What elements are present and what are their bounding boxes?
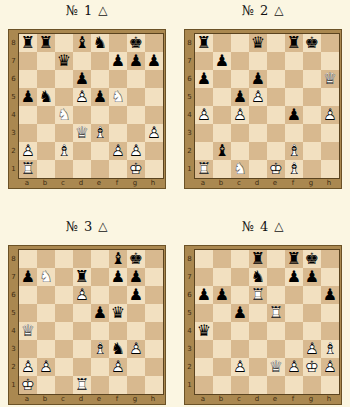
square-a7[interactable] [195,52,213,70]
square-b7[interactable] [37,52,55,70]
square-a7[interactable] [19,52,37,70]
black-pawn-icon: ♟ [109,268,127,286]
square-e4[interactable] [267,106,285,124]
square-b5[interactable] [213,88,231,106]
square-d1[interactable] [249,376,267,394]
white-pawn-fill: ♟ [321,106,339,124]
square-d2[interactable] [249,358,267,376]
black-queen-icon: ♛ [109,304,127,322]
square-a3[interactable] [19,340,37,358]
square-g1[interactable] [303,376,321,394]
square-b8[interactable] [37,250,55,268]
square-d1[interactable] [73,160,91,178]
square-g8[interactable]: ♚ [303,250,321,268]
white-pawn-fill: ♟ [19,142,37,160]
square-d7[interactable]: ♞ [249,268,267,286]
square-c8[interactable] [231,250,249,268]
white-pawn-icon: ♙ [249,88,267,106]
square-d2[interactable] [73,142,91,160]
square-f4[interactable] [109,106,127,124]
square-a7[interactable] [195,268,213,286]
square-g4[interactable] [303,106,321,124]
square-f2[interactable]: ♟♙ [109,358,127,376]
square-e4[interactable] [91,322,109,340]
square-a1[interactable]: ♚♔ [19,376,37,394]
square-a2[interactable]: ♟♙ [19,142,37,160]
square-h5[interactable] [145,304,163,322]
square-e3[interactable] [267,340,285,358]
square-h2[interactable] [321,142,339,160]
square-d6[interactable]: ♟ [73,70,91,88]
square-b2[interactable]: ♝ [213,142,231,160]
square-e2[interactable] [91,142,109,160]
square-c7[interactable] [231,52,249,70]
white-rook-icon: ♖ [267,304,285,322]
square-g4[interactable] [127,322,145,340]
square-b1[interactable] [213,376,231,394]
file-label-d: d [248,394,266,404]
square-h4[interactable]: ♟♙ [321,106,339,124]
square-d6[interactable]: ♟ [249,70,267,88]
square-c4[interactable] [55,322,73,340]
square-g2[interactable]: ♟♙ [127,142,145,160]
square-g5[interactable] [303,304,321,322]
square-h6[interactable]: ♛♕ [321,70,339,88]
square-g7[interactable] [303,52,321,70]
square-e1[interactable] [91,376,109,394]
square-h2[interactable]: ♟♙ [321,358,339,376]
square-h3[interactable] [145,340,163,358]
square-b6[interactable]: ♟ [213,286,231,304]
square-g5[interactable] [303,88,321,106]
square-c2[interactable] [55,358,73,376]
black-pawn-icon: ♟ [303,268,321,286]
square-f4[interactable] [285,322,303,340]
square-c6[interactable] [231,70,249,88]
square-g8[interactable]: ♚ [127,250,145,268]
white-pawn-icon: ♙ [127,142,145,160]
square-f2[interactable]: ♝♗ [285,142,303,160]
square-c4[interactable] [231,322,249,340]
square-g5[interactable] [127,88,145,106]
rank-label-8: 8 [185,250,194,268]
square-h8[interactable] [321,250,339,268]
square-g4[interactable] [303,322,321,340]
white-pawn-icon: ♙ [231,358,249,376]
square-f6[interactable] [109,70,127,88]
square-g1[interactable]: ♚♔ [127,160,145,178]
square-f3[interactable] [285,124,303,142]
square-c7[interactable] [231,268,249,286]
square-c3[interactable] [231,340,249,358]
square-b6[interactable] [37,286,55,304]
square-f4[interactable] [109,322,127,340]
white-queen-fill: ♛ [73,124,91,142]
square-f7[interactable] [285,52,303,70]
square-b5[interactable] [213,304,231,322]
square-a2[interactable]: ♟♙ [19,358,37,376]
square-h6[interactable] [145,286,163,304]
square-e1[interactable]: ♚♔ [267,160,285,178]
file-label-c: c [54,178,72,188]
square-f7[interactable]: ♟ [109,268,127,286]
square-d1[interactable]: ♜♖ [73,376,91,394]
white-pawn-fill: ♟ [73,286,91,304]
square-a4[interactable] [19,106,37,124]
square-c4[interactable]: ♟♙ [231,106,249,124]
white-to-move-icon: △ [274,3,284,17]
square-d8[interactable]: ♛ [249,34,267,52]
square-e4[interactable] [267,322,285,340]
square-c2[interactable]: ♝♗ [55,142,73,160]
square-f6[interactable] [109,286,127,304]
square-h1[interactable] [145,160,163,178]
square-g7[interactable]: ♟ [127,52,145,70]
square-f5[interactable] [285,88,303,106]
black-pawn-icon: ♟ [249,70,267,88]
square-c8[interactable] [231,34,249,52]
square-e5[interactable]: ♜♖ [267,304,285,322]
black-pawn-icon: ♟ [213,52,231,70]
square-h5[interactable] [321,304,339,322]
square-b3[interactable] [213,124,231,142]
square-e6[interactable] [91,286,109,304]
file-label-e: e [266,178,284,188]
square-a2[interactable] [195,142,213,160]
square-b8[interactable]: ♜ [37,34,55,52]
square-d2[interactable] [249,142,267,160]
square-g3[interactable]: ♟♙ [303,340,321,358]
black-pawn-icon: ♟ [145,52,163,70]
square-d4[interactable] [249,322,267,340]
square-f4[interactable]: ♟ [285,106,303,124]
square-e3[interactable] [267,124,285,142]
square-f8[interactable] [109,34,127,52]
square-c3[interactable] [55,124,73,142]
square-e7[interactable] [91,268,109,286]
square-g3[interactable]: ♟♙ [127,340,145,358]
square-g4[interactable] [127,106,145,124]
square-b8[interactable] [213,250,231,268]
diagram-1-number: № 1 [65,3,93,18]
square-c8[interactable] [55,34,73,52]
square-f1[interactable]: ♝♗ [285,160,303,178]
square-e2[interactable]: ♛♕ [267,358,285,376]
square-a5[interactable] [195,88,213,106]
square-c2[interactable]: ♟♙ [231,358,249,376]
square-d1[interactable] [249,160,267,178]
square-b7[interactable]: ♟ [213,52,231,70]
black-knight-icon: ♞ [249,268,267,286]
square-c5[interactable] [55,88,73,106]
square-d8[interactable] [73,250,91,268]
square-d3[interactable] [249,124,267,142]
square-h1[interactable] [145,376,163,394]
square-a6[interactable]: ♟ [195,70,213,88]
square-a4[interactable]: ♛♕ [19,322,37,340]
square-c5[interactable]: ♟ [231,88,249,106]
square-e8[interactable] [267,34,285,52]
square-g6[interactable] [303,70,321,88]
square-g2[interactable]: ♚♔ [303,358,321,376]
square-c5[interactable] [55,304,73,322]
square-c8[interactable] [55,250,73,268]
square-a6[interactable] [19,70,37,88]
square-b3[interactable] [213,340,231,358]
square-c6[interactable] [231,286,249,304]
square-e8[interactable]: ♞ [91,34,109,52]
square-a6[interactable] [19,286,37,304]
square-h6[interactable] [145,70,163,88]
square-e3[interactable]: ♝♗ [91,340,109,358]
square-c1[interactable] [55,160,73,178]
square-c7[interactable] [55,268,73,286]
square-h6[interactable]: ♟ [321,286,339,304]
square-a8[interactable]: ♜ [195,34,213,52]
square-a5[interactable] [195,304,213,322]
square-d6[interactable]: ♜♖ [249,286,267,304]
file-label-f: f [108,394,126,404]
square-b8[interactable] [213,34,231,52]
square-c3[interactable] [55,340,73,358]
white-bishop-icon: ♗ [55,142,73,160]
diagram-4: № 4 △ 87654321 ♜♜♚♞♟♟♟♟♜♖♟♟♜♖♛♟♙♝♗♟♙♛♕♟♙… [184,219,342,405]
square-h3[interactable] [321,124,339,142]
square-f6[interactable] [285,286,303,304]
square-g1[interactable] [303,160,321,178]
square-h8[interactable] [145,34,163,52]
black-rook-icon: ♜ [73,268,91,286]
square-h7[interactable] [321,268,339,286]
board-squares: ♝♚♟♞♘♜♟♟♟♙♟♟♛♛♕♝♗♞♟♙♟♙♟♙♟♙♚♔♜♖ [18,249,164,395]
square-b4[interactable] [37,106,55,124]
file-label-c: c [230,178,248,188]
square-h7[interactable]: ♟ [145,52,163,70]
white-pawn-icon: ♙ [109,358,127,376]
chess-board-3: 87654321 ♝♚♟♞♘♜♟♟♟♙♟♟♛♛♕♝♗♞♟♙♟♙♟♙♟♙♚♔♜♖ … [8,245,166,405]
square-h4[interactable] [145,106,163,124]
square-c6[interactable] [55,70,73,88]
square-a3[interactable] [195,124,213,142]
square-a5[interactable] [19,304,37,322]
square-f6[interactable] [285,70,303,88]
black-knight-icon: ♞ [91,34,109,52]
square-g6[interactable] [127,70,145,88]
square-f7[interactable]: ♟ [109,52,127,70]
square-d3[interactable]: ♛♕ [73,124,91,142]
square-e5[interactable]: ♟ [91,88,109,106]
square-f8[interactable]: ♝ [109,250,127,268]
square-f1[interactable] [285,376,303,394]
square-d2[interactable] [73,358,91,376]
square-g6[interactable]: ♟ [127,286,145,304]
square-f5[interactable]: ♛ [109,304,127,322]
square-h4[interactable] [145,322,163,340]
black-queen-icon: ♛ [249,34,267,52]
square-h8[interactable] [145,250,163,268]
square-f1[interactable] [109,376,127,394]
square-f3[interactable] [109,124,127,142]
square-b5[interactable] [37,304,55,322]
square-g3[interactable] [127,124,145,142]
square-e8[interactable] [267,250,285,268]
square-g2[interactable] [127,358,145,376]
square-f8[interactable]: ♜ [285,34,303,52]
square-b2[interactable] [213,358,231,376]
white-rook-fill: ♜ [195,160,213,178]
square-f3[interactable] [285,340,303,358]
square-b2[interactable]: ♟♙ [37,358,55,376]
square-g8[interactable]: ♚ [127,34,145,52]
square-e3[interactable]: ♝♗ [91,124,109,142]
square-c6[interactable] [55,286,73,304]
square-b3[interactable] [37,124,55,142]
square-f3[interactable]: ♞ [109,340,127,358]
black-pawn-icon: ♟ [73,70,91,88]
square-a8[interactable] [19,250,37,268]
file-label-e: e [90,178,108,188]
square-d4[interactable] [73,322,91,340]
rank-label-8: 8 [9,250,18,268]
white-queen-fill: ♛ [321,70,339,88]
square-h2[interactable] [145,358,163,376]
square-h7[interactable] [145,268,163,286]
square-d5[interactable] [249,304,267,322]
square-h3[interactable]: ♟♙ [145,124,163,142]
square-e8[interactable] [91,250,109,268]
square-g3[interactable] [303,124,321,142]
square-b4[interactable] [213,106,231,124]
square-c1[interactable] [55,376,73,394]
square-b1[interactable] [213,160,231,178]
square-e6[interactable] [267,70,285,88]
square-d5[interactable] [73,304,91,322]
square-f5[interactable]: ♞♘ [109,88,127,106]
square-a1[interactable]: ♜♖ [195,160,213,178]
square-e2[interactable] [91,358,109,376]
square-d3[interactable] [73,340,91,358]
square-d7[interactable] [73,52,91,70]
square-d7[interactable]: ♜ [73,268,91,286]
square-f2[interactable]: ♟♙ [285,358,303,376]
square-h3[interactable]: ♝♗ [321,340,339,358]
square-a5[interactable]: ♟ [19,88,37,106]
square-d5[interactable]: ♟♙ [73,88,91,106]
board-squares: ♜♛♜♚♟♟♟♛♕♟♟♙♟♙♟♙♟♟♙♝♝♗♜♖♞♘♚♔♝♗ [194,33,340,179]
square-f8[interactable]: ♜ [285,250,303,268]
square-d7[interactable] [249,52,267,70]
square-c2[interactable] [231,142,249,160]
square-e2[interactable] [267,142,285,160]
square-d8[interactable]: ♝ [73,34,91,52]
square-e7[interactable] [267,268,285,286]
square-b7[interactable]: ♞♘ [37,268,55,286]
square-b4[interactable] [213,322,231,340]
square-b2[interactable] [37,142,55,160]
square-h4[interactable] [321,322,339,340]
square-h7[interactable] [321,52,339,70]
square-a2[interactable] [195,358,213,376]
square-h5[interactable] [145,88,163,106]
square-a8[interactable] [195,250,213,268]
square-a4[interactable]: ♟♙ [195,106,213,124]
square-c7[interactable]: ♛ [55,52,73,70]
square-e6[interactable] [267,286,285,304]
square-c1[interactable]: ♞♘ [231,160,249,178]
square-a1[interactable]: ♜♖ [19,160,37,178]
square-c4[interactable]: ♞♘ [55,106,73,124]
square-e4[interactable] [91,106,109,124]
square-h8[interactable] [321,34,339,52]
square-f7[interactable]: ♟ [285,268,303,286]
square-f1[interactable] [109,160,127,178]
square-h2[interactable] [145,142,163,160]
square-g7[interactable]: ♟ [127,268,145,286]
square-b7[interactable] [213,268,231,286]
square-e5[interactable] [267,88,285,106]
square-b5[interactable]: ♞ [37,88,55,106]
square-c3[interactable] [231,124,249,142]
black-bishop-icon: ♝ [109,250,127,268]
square-a3[interactable] [195,340,213,358]
square-h1[interactable] [321,160,339,178]
square-a8[interactable]: ♜ [19,34,37,52]
square-d3[interactable] [249,340,267,358]
square-e7[interactable] [91,52,109,70]
square-f2[interactable]: ♟♙ [109,142,127,160]
square-h5[interactable] [321,88,339,106]
file-label-h: h [144,178,162,188]
square-a3[interactable] [19,124,37,142]
square-d4[interactable] [249,106,267,124]
square-g5[interactable] [127,304,145,322]
square-g7[interactable]: ♟ [303,268,321,286]
square-b3[interactable] [37,340,55,358]
square-a6[interactable]: ♟ [195,286,213,304]
diagram-2-label: № 2 △ [241,3,284,19]
square-h1[interactable] [321,376,339,394]
square-g1[interactable] [127,376,145,394]
rank-label-3: 3 [9,340,18,358]
square-g2[interactable] [303,142,321,160]
square-g6[interactable] [303,286,321,304]
square-a7[interactable]: ♟ [19,268,37,286]
diagram-row-bottom: № 3 △ 87654321 ♝♚♟♞♘♜♟♟♟♙♟♟♛♛♕♝♗♞♟♙♟♙♟♙♟… [8,219,342,405]
square-c1[interactable] [231,376,249,394]
square-e5[interactable]: ♟ [91,304,109,322]
rank-label-7: 7 [9,268,18,286]
square-a4[interactable]: ♛ [195,322,213,340]
square-f5[interactable] [285,304,303,322]
square-e1[interactable] [91,160,109,178]
square-d4[interactable] [73,106,91,124]
square-b1[interactable] [37,160,55,178]
square-a1[interactable] [195,376,213,394]
square-e7[interactable] [267,52,285,70]
square-g8[interactable]: ♚ [303,34,321,52]
square-e6[interactable] [91,70,109,88]
square-d6[interactable]: ♟♙ [73,286,91,304]
square-d5[interactable]: ♟♙ [249,88,267,106]
square-b1[interactable] [37,376,55,394]
square-d8[interactable]: ♜ [249,250,267,268]
rank-label-2: 2 [185,358,194,376]
square-b6[interactable] [37,70,55,88]
square-c5[interactable]: ♟ [231,304,249,322]
square-b4[interactable] [37,322,55,340]
square-b6[interactable] [213,70,231,88]
square-e1[interactable] [267,376,285,394]
